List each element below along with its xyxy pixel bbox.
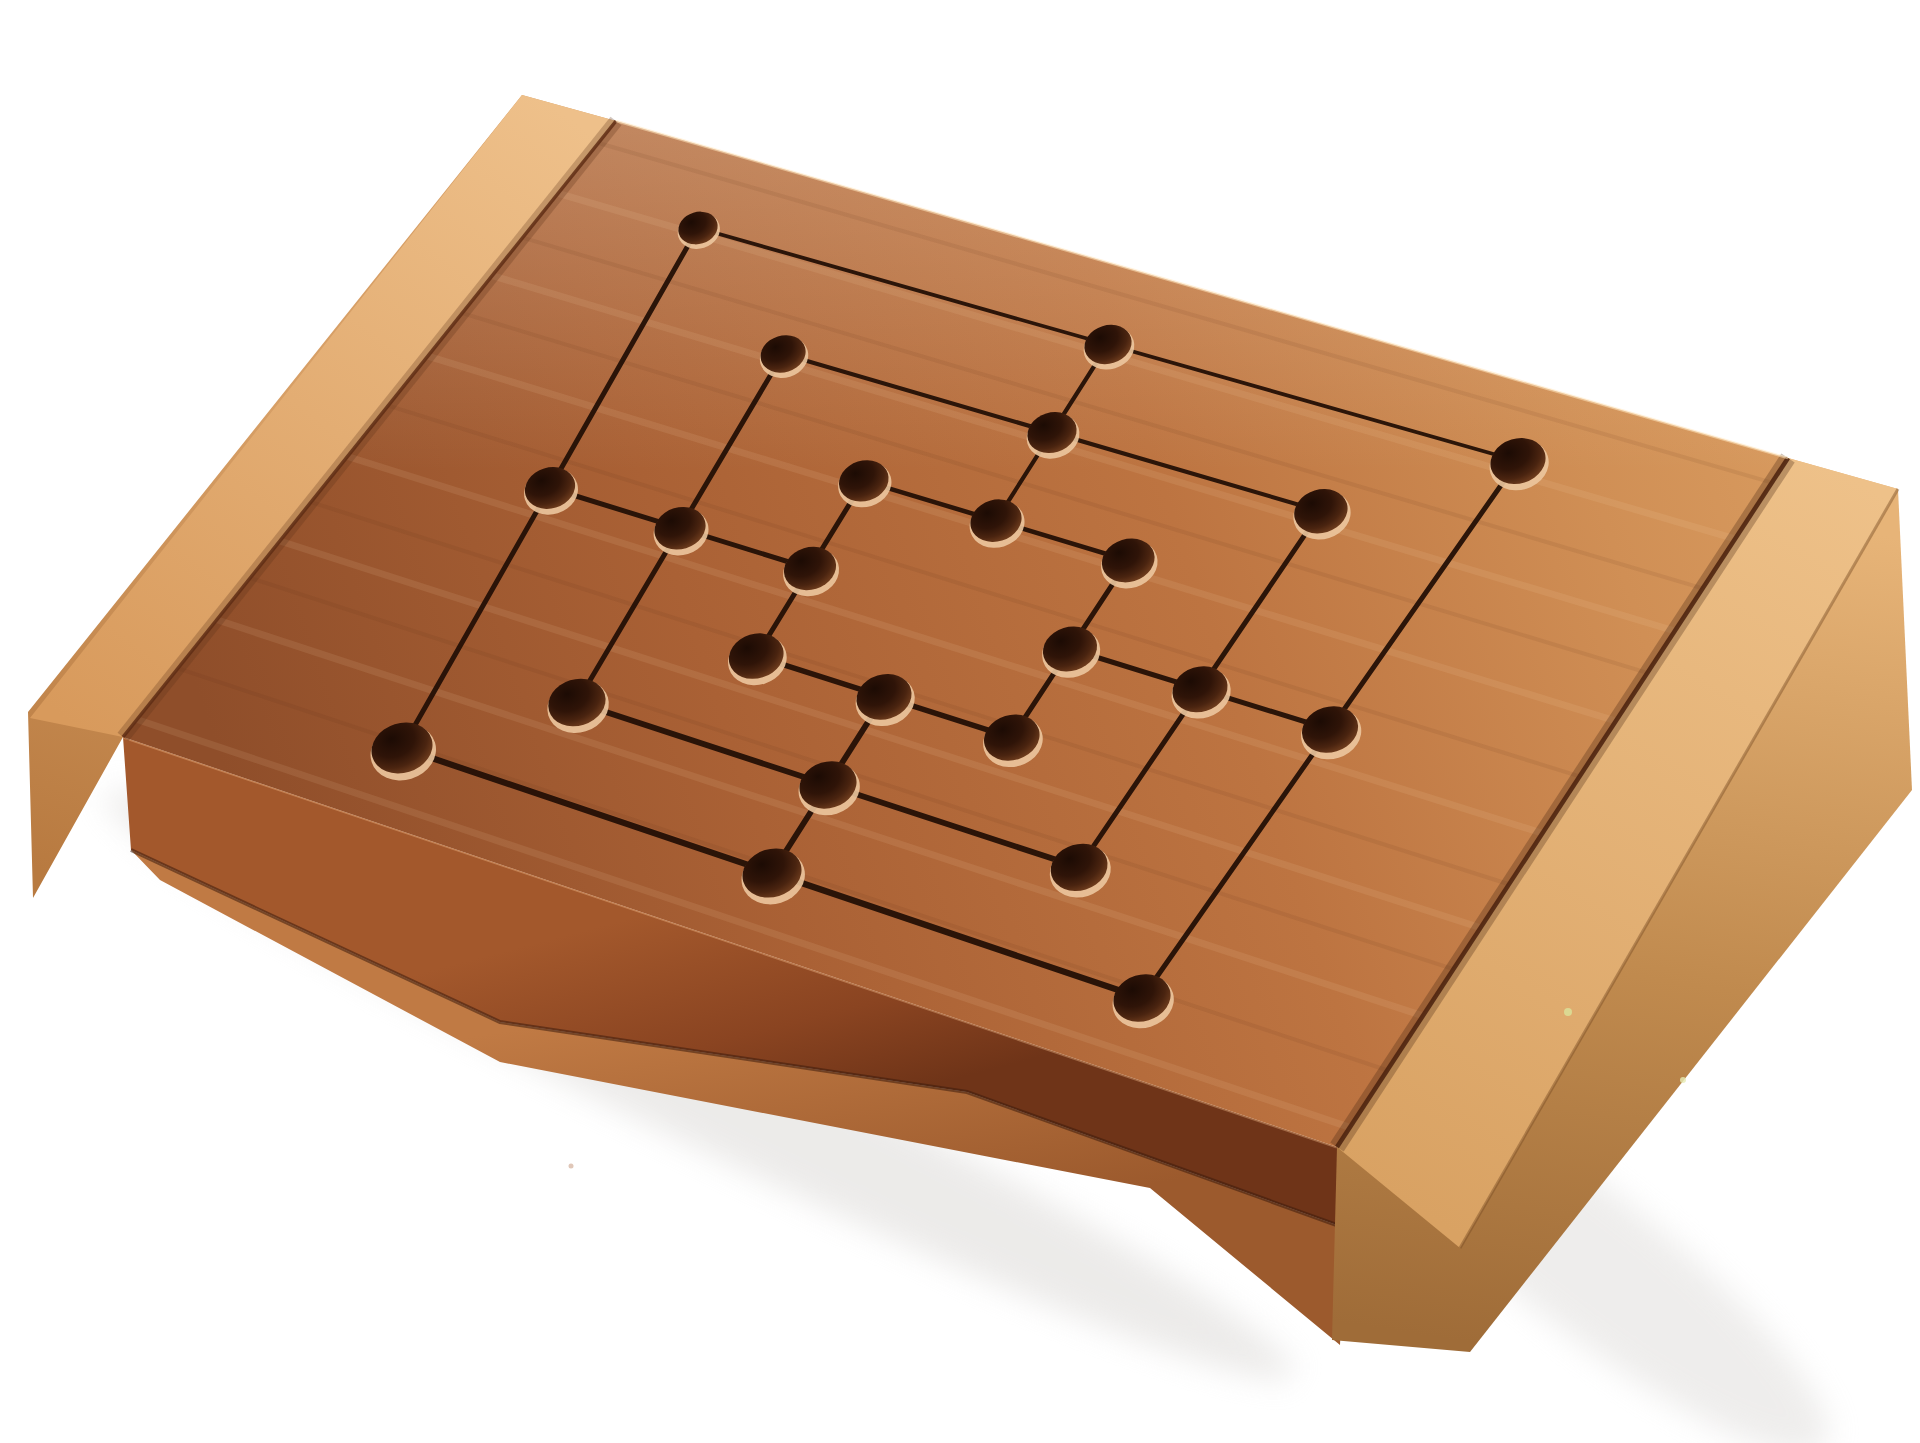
speck <box>1680 1077 1686 1083</box>
morris-board-scene <box>0 0 1920 1443</box>
speck <box>1564 1008 1572 1016</box>
speck <box>569 1164 574 1169</box>
product-photo <box>0 0 1920 1443</box>
